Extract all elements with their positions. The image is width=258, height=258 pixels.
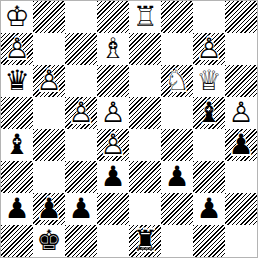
black-pawn: ♟♟ [97, 161, 129, 193]
piece-glyph: ♝ [1, 129, 33, 161]
square-h4[interactable]: ♟♟ [225, 129, 257, 161]
square-a6[interactable]: ♛♛ [1, 65, 33, 97]
black-bishop: ♝♝ [193, 97, 225, 129]
square-e6[interactable] [129, 65, 161, 97]
piece-glyph: ♝ [193, 97, 225, 129]
piece-glyph: ♟ [161, 161, 193, 193]
square-g5[interactable]: ♝♝ [193, 97, 225, 129]
square-a1[interactable] [1, 225, 33, 257]
square-h7[interactable] [225, 33, 257, 65]
black-pawn: ♟♟ [65, 193, 97, 225]
piece-glyph: ♙ [65, 97, 97, 129]
piece-glyph: ♗ [97, 33, 129, 65]
black-pawn: ♟♟ [225, 129, 257, 161]
square-d1[interactable] [97, 225, 129, 257]
white-rook: ♜♖ [129, 1, 161, 33]
square-c8[interactable] [65, 1, 97, 33]
square-c7[interactable] [65, 33, 97, 65]
piece-glyph: ♟ [1, 193, 33, 225]
square-e7[interactable] [129, 33, 161, 65]
piece-glyph: ♟ [225, 129, 257, 161]
square-h2[interactable] [225, 193, 257, 225]
square-d2[interactable] [97, 193, 129, 225]
square-f6[interactable]: ♞♘ [161, 65, 193, 97]
square-b8[interactable] [33, 1, 65, 33]
square-e8[interactable]: ♜♖ [129, 1, 161, 33]
square-g4[interactable] [193, 129, 225, 161]
black-rook: ♜♜ [129, 225, 161, 257]
square-a4[interactable]: ♝♝ [1, 129, 33, 161]
black-pawn: ♟♟ [193, 193, 225, 225]
square-f3[interactable]: ♟♟ [161, 161, 193, 193]
piece-glyph: ♖ [129, 1, 161, 33]
black-queen: ♛♛ [1, 65, 33, 97]
piece-glyph: ♚ [33, 225, 65, 257]
square-f5[interactable] [161, 97, 193, 129]
square-f2[interactable] [161, 193, 193, 225]
chess-board-frame: ♚♔♜♖♟♙♝♗♟♙♛♛♟♙♞♘♛♕♟♙♟♙♝♝♟♙♝♝♟♙♟♟♟♟♟♟♟♟♟♟… [0, 0, 258, 258]
square-e3[interactable] [129, 161, 161, 193]
square-h1[interactable] [225, 225, 257, 257]
black-bishop: ♝♝ [1, 129, 33, 161]
piece-glyph: ♜ [129, 225, 161, 257]
square-h3[interactable] [225, 161, 257, 193]
square-a2[interactable]: ♟♟ [1, 193, 33, 225]
square-c5[interactable]: ♟♙ [65, 97, 97, 129]
square-b6[interactable]: ♟♙ [33, 65, 65, 97]
square-e5[interactable] [129, 97, 161, 129]
square-e1[interactable]: ♜♜ [129, 225, 161, 257]
square-c2[interactable]: ♟♟ [65, 193, 97, 225]
square-g2[interactable]: ♟♟ [193, 193, 225, 225]
piece-glyph: ♙ [33, 65, 65, 97]
piece-glyph: ♟ [97, 161, 129, 193]
square-d7[interactable]: ♝♗ [97, 33, 129, 65]
white-pawn: ♟♙ [65, 97, 97, 129]
white-knight: ♞♘ [161, 65, 193, 97]
black-king: ♚♚ [33, 225, 65, 257]
square-c1[interactable] [65, 225, 97, 257]
chess-board: ♚♔♜♖♟♙♝♗♟♙♛♛♟♙♞♘♛♕♟♙♟♙♝♝♟♙♝♝♟♙♟♟♟♟♟♟♟♟♟♟… [1, 1, 257, 257]
square-f1[interactable] [161, 225, 193, 257]
black-pawn: ♟♟ [1, 193, 33, 225]
square-d3[interactable]: ♟♟ [97, 161, 129, 193]
black-pawn: ♟♟ [161, 161, 193, 193]
piece-glyph: ♟ [65, 193, 97, 225]
square-f8[interactable] [161, 1, 193, 33]
square-g1[interactable] [193, 225, 225, 257]
piece-glyph: ♛ [1, 65, 33, 97]
piece-glyph: ♘ [161, 65, 193, 97]
piece-glyph: ♟ [193, 193, 225, 225]
square-b1[interactable]: ♚♚ [33, 225, 65, 257]
square-e4[interactable] [129, 129, 161, 161]
square-b4[interactable] [33, 129, 65, 161]
square-c4[interactable] [65, 129, 97, 161]
square-b5[interactable] [33, 97, 65, 129]
white-bishop: ♝♗ [97, 33, 129, 65]
white-pawn: ♟♙ [33, 65, 65, 97]
square-h8[interactable] [225, 1, 257, 33]
